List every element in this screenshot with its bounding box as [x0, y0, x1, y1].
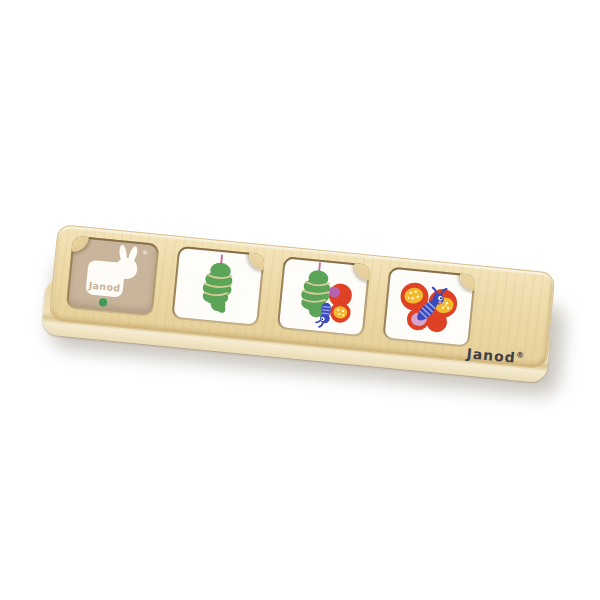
- janod-logo-back: ® Janod: [68, 238, 157, 315]
- slot-4: [382, 267, 476, 348]
- registered-mark: ®: [516, 350, 525, 360]
- puzzle-tray: ® Janod: [47, 224, 555, 383]
- slot-3: [277, 256, 371, 337]
- rabbit-logo-icon: ® Janod: [84, 241, 148, 310]
- slot-1: ® Janod: [66, 236, 160, 317]
- product-photo-stage: ® Janod: [0, 0, 600, 600]
- tile-1-face-down[interactable]: ® Janod: [68, 238, 157, 315]
- green-dot: [99, 298, 108, 307]
- slot-2: [171, 246, 265, 327]
- logo-registered-mark: ®: [142, 249, 148, 256]
